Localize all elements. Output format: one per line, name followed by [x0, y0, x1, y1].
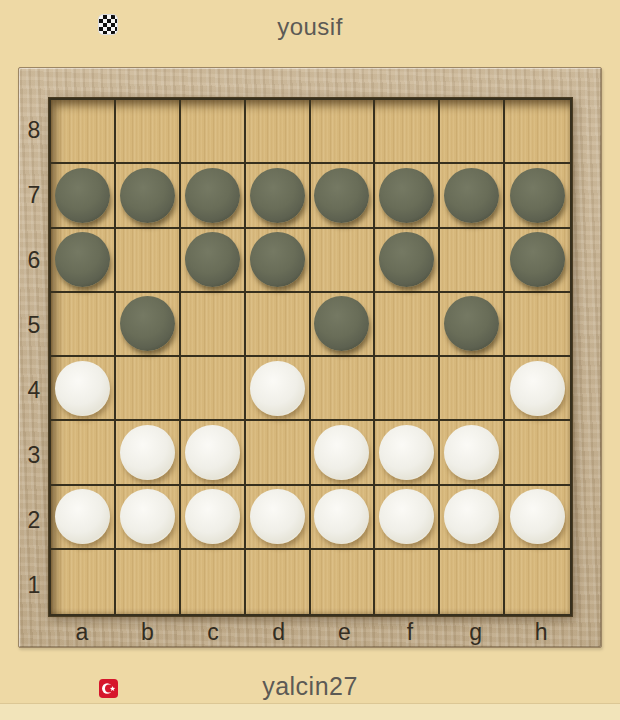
piece-dark-b5[interactable]: [120, 296, 175, 351]
square-h8[interactable]: [505, 100, 570, 164]
rank-label-5: 5: [19, 293, 49, 358]
square-d7[interactable]: [246, 164, 311, 228]
piece-dark-h6[interactable]: [510, 232, 565, 287]
file-label-b: b: [115, 616, 181, 647]
file-label-d: d: [246, 616, 312, 647]
square-c6[interactable]: [181, 229, 246, 293]
square-e1[interactable]: [311, 550, 376, 614]
piece-dark-g5[interactable]: [444, 296, 499, 351]
square-d6[interactable]: [246, 229, 311, 293]
square-b6[interactable]: [116, 229, 181, 293]
file-label-a: a: [49, 616, 115, 647]
piece-white-d2[interactable]: [250, 489, 305, 544]
rank-label-2: 2: [19, 488, 49, 553]
piece-white-b3[interactable]: [120, 425, 175, 480]
square-f2[interactable]: [375, 486, 440, 550]
piece-dark-b7[interactable]: [120, 168, 175, 223]
square-c8[interactable]: [181, 100, 246, 164]
board-frame: 87654321 abcdefgh: [18, 67, 602, 648]
piece-white-f3[interactable]: [379, 425, 434, 480]
square-a4[interactable]: [51, 357, 116, 421]
square-b8[interactable]: [116, 100, 181, 164]
square-d8[interactable]: [246, 100, 311, 164]
square-b7[interactable]: [116, 164, 181, 228]
square-d2[interactable]: [246, 486, 311, 550]
piece-dark-e5[interactable]: [314, 296, 369, 351]
square-g7[interactable]: [440, 164, 505, 228]
square-h6[interactable]: [505, 229, 570, 293]
square-e5[interactable]: [311, 293, 376, 357]
square-f3[interactable]: [375, 421, 440, 485]
piece-dark-f7[interactable]: [379, 168, 434, 223]
piece-white-g2[interactable]: [444, 489, 499, 544]
square-f5[interactable]: [375, 293, 440, 357]
piece-dark-a7[interactable]: [55, 168, 110, 223]
file-label-f: f: [377, 616, 443, 647]
file-labels: abcdefgh: [49, 616, 574, 647]
square-h4[interactable]: [505, 357, 570, 421]
square-e3[interactable]: [311, 421, 376, 485]
square-d4[interactable]: [246, 357, 311, 421]
rank-label-3: 3: [19, 423, 49, 488]
square-g5[interactable]: [440, 293, 505, 357]
piece-white-e2[interactable]: [314, 489, 369, 544]
square-d1[interactable]: [246, 550, 311, 614]
square-g4[interactable]: [440, 357, 505, 421]
piece-dark-h7[interactable]: [510, 168, 565, 223]
square-g1[interactable]: [440, 550, 505, 614]
square-f7[interactable]: [375, 164, 440, 228]
square-e2[interactable]: [311, 486, 376, 550]
square-c4[interactable]: [181, 357, 246, 421]
square-b1[interactable]: [116, 550, 181, 614]
square-f1[interactable]: [375, 550, 440, 614]
piece-white-h4[interactable]: [510, 361, 565, 416]
square-g6[interactable]: [440, 229, 505, 293]
square-h5[interactable]: [505, 293, 570, 357]
square-h3[interactable]: [505, 421, 570, 485]
square-c1[interactable]: [181, 550, 246, 614]
square-c3[interactable]: [181, 421, 246, 485]
file-label-e: e: [312, 616, 378, 647]
player-top-name: yousif: [0, 13, 620, 41]
square-b4[interactable]: [116, 357, 181, 421]
square-a3[interactable]: [51, 421, 116, 485]
piece-dark-f6[interactable]: [379, 232, 434, 287]
file-label-c: c: [180, 616, 246, 647]
file-label-h: h: [508, 616, 574, 647]
square-a5[interactable]: [51, 293, 116, 357]
player-bottom-name: yalcin27: [0, 672, 620, 701]
board-grid: [49, 98, 572, 616]
piece-white-d4[interactable]: [250, 361, 305, 416]
square-d5[interactable]: [246, 293, 311, 357]
square-h1[interactable]: [505, 550, 570, 614]
square-c5[interactable]: [181, 293, 246, 357]
square-e4[interactable]: [311, 357, 376, 421]
rank-labels: 87654321: [19, 98, 49, 618]
square-a2[interactable]: [51, 486, 116, 550]
square-e8[interactable]: [311, 100, 376, 164]
square-f6[interactable]: [375, 229, 440, 293]
square-a6[interactable]: [51, 229, 116, 293]
rank-label-7: 7: [19, 163, 49, 228]
square-d3[interactable]: [246, 421, 311, 485]
square-b3[interactable]: [116, 421, 181, 485]
square-g3[interactable]: [440, 421, 505, 485]
bottom-edge-highlight: [0, 703, 620, 720]
rank-label-4: 4: [19, 358, 49, 423]
piece-white-c3[interactable]: [185, 425, 240, 480]
piece-white-g3[interactable]: [444, 425, 499, 480]
square-a8[interactable]: [51, 100, 116, 164]
square-f8[interactable]: [375, 100, 440, 164]
square-a1[interactable]: [51, 550, 116, 614]
square-g8[interactable]: [440, 100, 505, 164]
piece-white-c2[interactable]: [185, 489, 240, 544]
square-e7[interactable]: [311, 164, 376, 228]
rank-label-6: 6: [19, 228, 49, 293]
file-label-g: g: [443, 616, 509, 647]
square-c2[interactable]: [181, 486, 246, 550]
piece-white-a4[interactable]: [55, 361, 110, 416]
square-e6[interactable]: [311, 229, 376, 293]
piece-dark-a6[interactable]: [55, 232, 110, 287]
piece-dark-d7[interactable]: [250, 168, 305, 223]
piece-dark-g7[interactable]: [444, 168, 499, 223]
square-b5[interactable]: [116, 293, 181, 357]
square-c7[interactable]: [181, 164, 246, 228]
piece-dark-c6[interactable]: [185, 232, 240, 287]
rank-label-8: 8: [19, 98, 49, 163]
piece-white-e3[interactable]: [314, 425, 369, 480]
piece-dark-e7[interactable]: [314, 168, 369, 223]
square-f4[interactable]: [375, 357, 440, 421]
game-screen: yousif 87654321 abcdefgh yalcin27: [0, 0, 620, 720]
piece-white-a2[interactable]: [55, 489, 110, 544]
piece-white-f2[interactable]: [379, 489, 434, 544]
piece-white-b2[interactable]: [120, 489, 175, 544]
square-a7[interactable]: [51, 164, 116, 228]
square-g2[interactable]: [440, 486, 505, 550]
piece-dark-c7[interactable]: [185, 168, 240, 223]
square-h7[interactable]: [505, 164, 570, 228]
rank-label-1: 1: [19, 553, 49, 618]
piece-white-h2[interactable]: [510, 489, 565, 544]
piece-dark-d6[interactable]: [250, 232, 305, 287]
square-h2[interactable]: [505, 486, 570, 550]
square-b2[interactable]: [116, 486, 181, 550]
